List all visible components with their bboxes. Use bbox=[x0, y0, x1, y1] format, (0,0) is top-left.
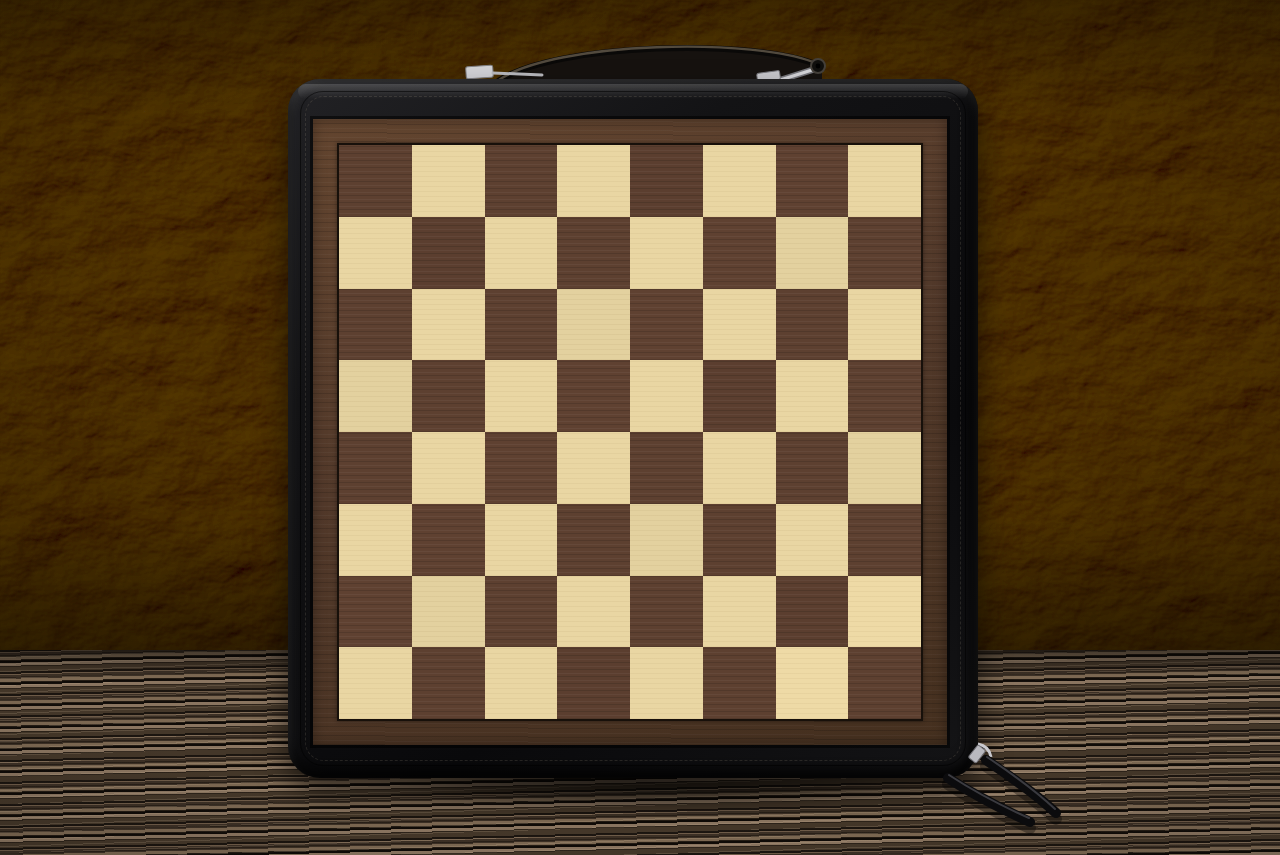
photo-stage bbox=[0, 0, 1280, 855]
zipper-layer bbox=[0, 0, 1280, 855]
